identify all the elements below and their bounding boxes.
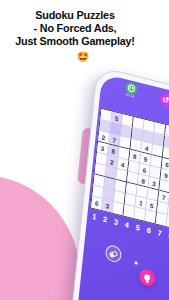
star-struck-emoji: 🤩 — [77, 50, 89, 63]
phone-screen: 00:16 ↺ 527473889624695836174915863 1234… — [69, 73, 169, 300]
numpad-6[interactable]: 6 — [143, 225, 154, 236]
eraser-button[interactable] — [104, 244, 121, 264]
hint-sparkle-dot — [134, 261, 137, 265]
pink-accent-circle — [0, 175, 80, 300]
headline-line-2: - No Forced Ads, — [0, 22, 150, 35]
numpad-1[interactable]: 1 — [89, 211, 100, 222]
hint-button[interactable] — [138, 268, 155, 288]
numpad-8[interactable]: 8 — [165, 230, 169, 241]
headline: Sudoku Puzzles - No Forced Ads, Just Smo… — [0, 9, 150, 63]
numpad-5[interactable]: 5 — [132, 222, 143, 233]
numpad-3[interactable]: 3 — [111, 217, 122, 228]
numpad-4[interactable]: 4 — [122, 219, 133, 230]
numpad-2[interactable]: 2 — [100, 214, 111, 225]
pause-icon — [127, 83, 135, 92]
pause-bar — [131, 87, 132, 90]
timer-label: 00:16 — [122, 92, 138, 99]
phone-mockup: 00:16 ↺ 527473889624695836174915863 1234… — [63, 66, 169, 300]
undo-badge-button[interactable]: ↺ — [159, 91, 169, 107]
app-store-screenshot: Sudoku Puzzles - No Forced Ads, Just Smo… — [0, 0, 169, 300]
headline-line-3: Just Smooth Gameplay! — [0, 35, 150, 48]
sudoku-cell[interactable] — [167, 215, 169, 229]
headline-line-1: Sudoku Puzzles — [0, 9, 150, 22]
numpad-7[interactable]: 7 — [154, 227, 165, 238]
undo-icon: ↺ — [162, 94, 169, 105]
eraser-icon — [108, 250, 117, 257]
bulb-icon — [144, 274, 151, 281]
